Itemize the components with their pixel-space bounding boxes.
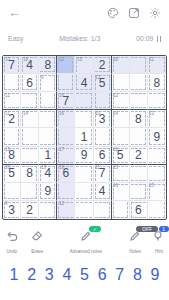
cell-r3c7[interactable]: 12 [112,92,130,110]
cell-r5c3[interactable] [39,128,57,146]
cell-r9c4[interactable]: 12 [57,201,75,219]
cage-sum: 16 [59,93,64,98]
numpad-3[interactable]: 3 [42,266,56,284]
cell-r9c5[interactable] [75,201,93,219]
cell-r9c3[interactable] [39,201,57,219]
cell-r1c1[interactable]: 107 [3,56,21,74]
timer-label: 00:09 [136,35,154,42]
back-icon[interactable]: ← [8,5,21,20]
cell-r3c3[interactable] [39,92,57,110]
cell-r6c3[interactable]: 1 [39,147,57,165]
cage-sum: 16 [113,147,118,152]
cell-r7c8[interactable] [130,165,148,183]
cell-r5c1[interactable] [3,128,21,146]
given-digit: 8 [26,167,33,179]
given-digit: 9 [154,131,161,143]
notes-button[interactable]: OFF Notes [122,228,148,250]
cage-sum: 13 [41,165,46,170]
given-digit: 8 [44,59,51,71]
cell-r7c3[interactable]: 134 [39,165,57,183]
given-digit: 2 [135,149,142,161]
cell-r9c6[interactable] [94,201,112,219]
cell-r6c1[interactable]: 138 [3,147,21,165]
cage-sum: 12 [113,93,118,98]
cell-r2c8[interactable] [130,74,148,92]
cell-r2c7[interactable] [112,74,130,92]
cell-r8c5[interactable] [75,183,93,201]
toolbar: Undo Erase ✓ Advanced notes OFF Notes 1 … [0,228,169,250]
cell-r3c6[interactable] [94,92,112,110]
cell-r8c2[interactable] [21,183,39,201]
cell-r7c1[interactable]: 205 [3,165,21,183]
cell-r8c8[interactable] [130,183,148,201]
given-digit: 3 [8,204,15,216]
cell-r6c5[interactable]: 9 [75,147,93,165]
cell-r2c2[interactable]: 6 [21,74,39,92]
numpad-8[interactable]: 8 [130,266,144,284]
advanced-notes-label: Advanced notes [70,249,102,254]
cage-sum: 10 [95,111,100,116]
cage-sum: 12 [59,201,64,206]
given-digit: 9 [44,185,51,197]
cell-r7c5[interactable] [75,165,93,183]
given-digit: 6 [26,77,33,89]
cell-r8c1[interactable] [3,183,21,201]
cell-r3c2[interactable] [21,92,39,110]
given-digit: 2 [26,204,33,216]
cell-r5c9[interactable]: 9 [148,128,166,146]
numpad-9[interactable]: 9 [148,266,162,284]
cell-r4c5[interactable] [75,110,93,128]
cell-r1c2[interactable]: 184 [21,56,39,74]
cell-r1c9[interactable]: 11 [148,56,166,74]
hint-label: Hint [154,249,162,254]
cell-r4c9[interactable]: 13 [148,110,166,128]
cage-sum: 13 [5,147,10,152]
cell-r6c8[interactable]: 2 [130,147,148,165]
cell-r9c8[interactable]: 6 [130,201,148,219]
cell-r2c6[interactable]: 135 [94,74,112,92]
cell-r3c9[interactable] [148,92,166,110]
cell-r3c5[interactable] [75,92,93,110]
cell-r4c4[interactable]: 16 [57,110,75,128]
given-digit: 2 [99,59,106,71]
cage-sum: 11 [95,165,100,170]
cell-r8c4[interactable] [57,183,75,201]
status-row: Easy Mistakes: 1/3 00:09 [8,35,161,42]
notes-badge: OFF [136,226,158,232]
eraser-icon [31,230,43,242]
cell-r7c4[interactable]: 166 [57,165,75,183]
undo-icon [6,230,18,242]
cage-sum: 13 [95,75,100,80]
cage-sum: 16 [113,183,118,188]
sudoku-board: 1071848121521811694135811167121121416103… [2,55,167,220]
cage-sum: 18 [113,57,118,62]
cell-r7c7[interactable]: 13 [112,165,130,183]
cell-r5c2[interactable] [21,128,39,146]
cell-r4c3[interactable] [39,110,57,128]
given-digit: 7 [99,167,106,179]
cell-r7c6[interactable]: 117 [94,165,112,183]
given-digit: 9 [81,149,88,161]
cage-sum: 11 [5,111,10,116]
advanced-notes-badge: ✓ [89,226,101,232]
expand-icon[interactable] [128,7,140,19]
pause-icon[interactable] [157,36,162,42]
cell-r9c2[interactable]: 2 [21,201,39,219]
cell-r5c7[interactable] [112,128,130,146]
cage-sum: 11 [5,93,10,98]
cage-sum: 14 [23,111,28,116]
cell-r6c6[interactable]: 6 [94,147,112,165]
cell-r7c9[interactable] [148,165,166,183]
hint-badge: 1 [159,226,168,232]
cell-r7c2[interactable]: 8 [21,165,39,183]
difficulty-label: Easy [8,35,24,42]
cell-r1c3[interactable]: 8 [39,56,57,74]
cell-r1c6[interactable]: 2 [94,56,112,74]
cage-sum: 12 [59,57,64,62]
numpad-6[interactable]: 6 [95,266,109,284]
cell-r6c7[interactable]: 165 [112,147,130,165]
cage-sum: 18 [23,57,28,62]
cage-sum: 11 [149,57,154,62]
cell-r1c5[interactable]: 15 [75,56,93,74]
cell-r2c1[interactable] [3,74,21,92]
cage-sum: 9 [5,201,8,206]
given-digit: 1 [44,149,51,161]
settings-icon[interactable] [149,7,161,19]
cage-sum: 16 [59,165,64,170]
numpad-7[interactable]: 7 [113,266,127,284]
advanced-notes-button[interactable]: ✓ Advanced notes [50,228,122,250]
cell-r3c1[interactable]: 11 [3,92,21,110]
cage-sum: 9 [41,75,44,80]
cage-sum: 15 [149,183,154,188]
mistakes-label: Mistakes: 1/3 [59,35,100,42]
given-digit: 4 [99,185,106,197]
cage-sum: 16 [59,111,64,116]
top-bar: ← [0,0,169,28]
cage-sum: 17 [59,147,64,152]
cell-r1c4[interactable]: 12 [57,56,75,74]
cell-r6c9[interactable] [148,147,166,165]
cell-r4c8[interactable]: 8 [130,110,148,128]
given-digit: 4 [81,77,88,89]
cell-r5c6[interactable] [94,128,112,146]
palette-icon[interactable] [107,7,119,19]
cage-sum: 20 [5,165,10,170]
cell-r8c9[interactable]: 15 [148,183,166,201]
cell-r5c5[interactable]: 1 [75,128,93,146]
cell-r9c9[interactable] [148,201,166,219]
given-digit: 6 [135,204,142,216]
cage-sum: 13 [113,165,118,170]
cage-sum: 13 [149,111,154,116]
numpad-5[interactable]: 5 [78,266,92,284]
cell-r5c4[interactable] [57,128,75,146]
erase-label: Erase [31,249,43,254]
given-digit: 6 [99,149,106,161]
cell-r2c5[interactable]: 4 [75,74,93,92]
cell-r1c7[interactable]: 18 [112,56,130,74]
cell-r2c9[interactable]: 8 [148,74,166,92]
cell-r4c6[interactable]: 103 [94,110,112,128]
cell-r4c1[interactable]: 112 [3,110,21,128]
cage-sum: 14 [113,111,118,116]
undo-label: Undo [7,249,18,254]
cell-r2c4[interactable] [57,74,75,92]
cell-r4c7[interactable]: 14 [112,110,130,128]
cage-sum: 15 [77,57,82,62]
numpad-1[interactable]: 1 [7,266,21,284]
number-pad: 123456789 [7,266,162,284]
cell-r5c8[interactable] [130,128,148,146]
numpad-4[interactable]: 4 [60,266,74,284]
cell-r8c7[interactable]: 16 [112,183,130,201]
cell-r8c6[interactable]: 4 [94,183,112,201]
cell-r3c4[interactable]: 167 [57,92,75,110]
cell-r6c2[interactable] [21,147,39,165]
numpad-2[interactable]: 2 [25,266,39,284]
cage-sum: 10 [5,57,10,62]
cell-r2c3[interactable]: 9 [39,74,57,92]
cell-r3c8[interactable] [130,92,148,110]
given-digit: 8 [135,113,142,125]
cell-r9c1[interactable]: 93 [3,201,21,219]
cell-r6c4[interactable]: 17 [57,147,75,165]
cell-r1c8[interactable] [130,56,148,74]
cell-r9c7[interactable] [112,201,130,219]
cell-r4c2[interactable]: 14 [21,110,39,128]
notes-label: Notes [129,249,141,254]
erase-button[interactable]: Erase [24,228,50,250]
given-digit: 8 [154,77,161,89]
given-digit: 1 [81,131,88,143]
cell-r8c3[interactable]: 9 [39,183,57,201]
undo-button[interactable]: Undo [0,228,24,250]
